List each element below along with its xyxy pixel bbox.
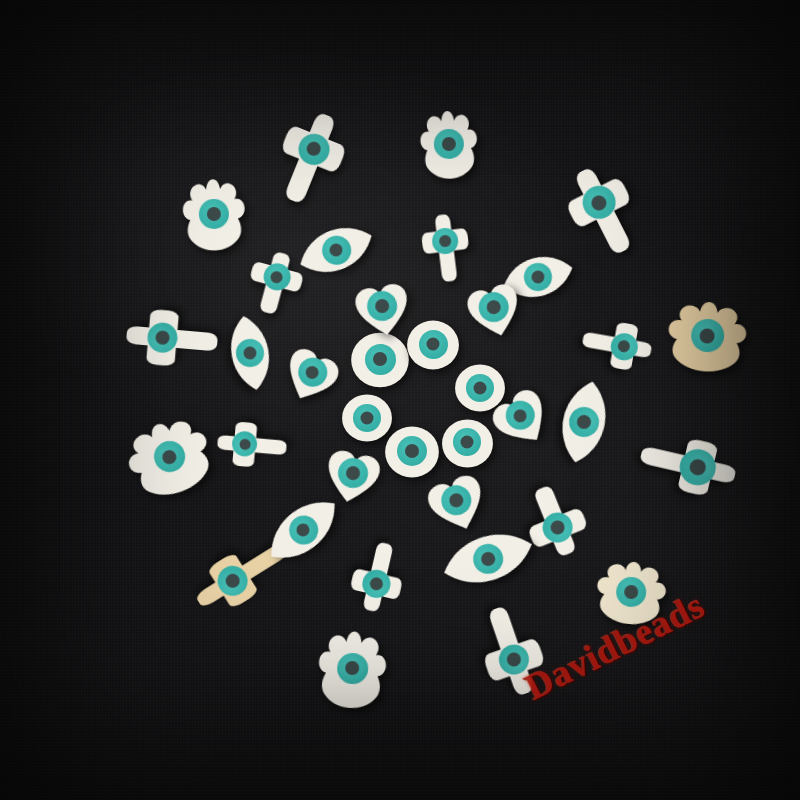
eye-pupil — [474, 381, 487, 394]
bead-hamsa — [113, 406, 227, 513]
bead-hamsa — [178, 175, 251, 257]
bead-oval — [290, 212, 383, 288]
eye-pupil — [617, 339, 631, 353]
eye-pupil — [427, 338, 440, 351]
evil-eye-dot — [353, 404, 381, 432]
eye-pupil — [345, 465, 362, 482]
eye-pupil — [438, 234, 451, 247]
bead-hamsa — [660, 296, 753, 380]
fabric-texture — [0, 0, 800, 800]
eye-pupil — [505, 651, 523, 669]
bead-round — [384, 425, 440, 479]
eye-pupil — [242, 345, 257, 360]
evil-eye-dot — [453, 428, 481, 456]
eye-pupil — [576, 414, 593, 431]
bead-hamsa — [415, 106, 483, 185]
eye-pupil — [479, 549, 497, 567]
vignette-shadow — [0, 0, 800, 800]
bead-cross — [344, 536, 413, 618]
eye-pupil — [373, 352, 387, 366]
bead-cross — [261, 101, 358, 215]
eye-pupil — [461, 436, 474, 449]
eye-pupil — [303, 364, 320, 381]
eye-pupil — [699, 328, 715, 344]
eye-pupil — [294, 521, 312, 539]
eye-pupil — [485, 298, 502, 315]
bead-cross — [122, 304, 222, 372]
eye-pupil — [688, 458, 707, 477]
evil-eye-dot — [365, 344, 396, 375]
bead-cross — [466, 596, 555, 705]
bead-heart — [272, 339, 348, 414]
eye-pupil — [624, 584, 639, 599]
eye-pupil — [361, 411, 374, 424]
eye-pupil — [405, 444, 419, 458]
bead-cross — [577, 314, 657, 376]
eye-pupil — [442, 136, 457, 151]
evil-eye-dot — [466, 374, 494, 402]
eye-pupil — [239, 438, 251, 450]
eye-pupil — [511, 407, 529, 425]
bead-cross — [417, 210, 475, 286]
bead-hamsa — [589, 555, 674, 633]
bead-heart — [348, 277, 417, 345]
evil-eye-dot — [419, 330, 448, 359]
bead-hamsa — [311, 625, 393, 716]
eye-pupil — [447, 491, 465, 509]
eye-pupil — [549, 519, 567, 537]
eye-pupil — [160, 448, 178, 466]
bead-round — [441, 418, 494, 469]
bead-oval — [221, 311, 280, 396]
eye-pupil — [530, 269, 546, 285]
eye-pupil — [223, 571, 242, 590]
eye-pupil — [207, 206, 221, 220]
eye-pupil — [345, 661, 360, 676]
bead-heart — [317, 443, 388, 512]
eye-pupil — [374, 298, 390, 314]
eye-pupil — [155, 330, 170, 345]
bead-photo-scene: Davidbeads — [0, 0, 800, 800]
eye-pupil — [304, 140, 322, 158]
eye-pupil — [269, 269, 284, 284]
bead-cross — [633, 425, 743, 504]
eye-pupil — [589, 193, 609, 213]
eye-pupil — [369, 576, 385, 592]
eye-pupil — [328, 242, 345, 259]
bead-cross — [214, 418, 290, 472]
